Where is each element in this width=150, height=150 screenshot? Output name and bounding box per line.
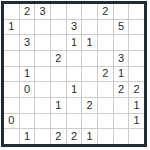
cell-r5c1-clue-0[interactable]: 0 [20, 82, 35, 97]
cell-r4c7-clue-1[interactable]: 1 [114, 67, 129, 82]
cell-r7c2[interactable] [35, 114, 50, 129]
cell-r2c1-clue-3[interactable]: 3 [20, 35, 35, 50]
cell-r5c0[interactable] [4, 82, 19, 97]
cell-r4c4[interactable] [67, 67, 82, 82]
cell-r7c8-clue-1[interactable]: 1 [129, 114, 144, 129]
cell-r4c3[interactable] [51, 67, 66, 82]
cell-r7c3[interactable] [51, 114, 66, 129]
cell-r7c1[interactable] [20, 114, 35, 129]
cell-r6c5-clue-2[interactable]: 2 [82, 98, 97, 113]
cell-r6c2[interactable] [35, 98, 50, 113]
cell-r4c5[interactable] [82, 67, 97, 82]
cell-r1c6[interactable] [98, 20, 113, 35]
cell-r8c3-clue-2[interactable]: 2 [51, 129, 66, 144]
cell-r3c2[interactable] [35, 51, 50, 66]
cell-r5c4-clue-1[interactable]: 1 [67, 82, 82, 97]
cell-r2c0[interactable] [4, 35, 19, 50]
cell-r3c7-clue-3[interactable]: 3 [114, 51, 129, 66]
cell-r6c7[interactable] [114, 98, 129, 113]
cell-r1c7-clue-5[interactable]: 5 [114, 20, 129, 35]
cell-r1c4-clue-3[interactable]: 3 [67, 20, 82, 35]
cell-r2c4-clue-1[interactable]: 1 [67, 35, 82, 50]
cell-r4c0[interactable] [4, 67, 19, 82]
puzzle-page: 232135311231210122121011221 [0, 0, 150, 150]
cell-r1c5[interactable] [82, 20, 97, 35]
cell-r1c0-clue-1[interactable]: 1 [4, 20, 19, 35]
cell-r2c7[interactable] [114, 35, 129, 50]
cell-r2c5-clue-1[interactable]: 1 [82, 35, 97, 50]
cell-r3c5[interactable] [82, 51, 97, 66]
cell-r6c8-clue-1[interactable]: 1 [129, 98, 144, 113]
cell-r0c5[interactable] [82, 4, 97, 19]
cell-r4c8[interactable] [129, 67, 144, 82]
cell-r3c4[interactable] [67, 51, 82, 66]
cell-r4c6-clue-2[interactable]: 2 [98, 67, 113, 82]
cell-r5c8-clue-2[interactable]: 2 [129, 82, 144, 97]
cell-r0c8[interactable] [129, 4, 144, 19]
cell-r8c6[interactable] [98, 129, 113, 144]
cell-r7c0-clue-0[interactable]: 0 [4, 114, 19, 129]
cell-r8c0[interactable] [4, 129, 19, 144]
cell-r1c3[interactable] [51, 20, 66, 35]
cell-r1c8[interactable] [129, 20, 144, 35]
cell-r3c0[interactable] [4, 51, 19, 66]
cell-r3c3-clue-2[interactable]: 2 [51, 51, 66, 66]
cell-r0c4[interactable] [67, 4, 82, 19]
cell-r8c1-clue-1[interactable]: 1 [20, 129, 35, 144]
cell-r8c8[interactable] [129, 129, 144, 144]
cell-r8c4-clue-2[interactable]: 2 [67, 129, 82, 144]
cell-r3c6[interactable] [98, 51, 113, 66]
cell-r0c6-clue-2[interactable]: 2 [98, 4, 113, 19]
cell-r6c3-clue-1[interactable]: 1 [51, 98, 66, 113]
cell-r4c2[interactable] [35, 67, 50, 82]
cell-r5c7-clue-2[interactable]: 2 [114, 82, 129, 97]
cell-r8c7[interactable] [114, 129, 129, 144]
cell-r3c8[interactable] [129, 51, 144, 66]
cell-r8c2[interactable] [35, 129, 50, 144]
cell-r0c1-clue-2[interactable]: 2 [20, 4, 35, 19]
cell-r0c7[interactable] [114, 4, 129, 19]
cell-r2c6[interactable] [98, 35, 113, 50]
cell-r4c1-clue-1[interactable]: 1 [20, 67, 35, 82]
cell-r7c6[interactable] [98, 114, 113, 129]
cell-r5c6[interactable] [98, 82, 113, 97]
cell-r0c0[interactable] [4, 4, 19, 19]
cell-r5c5[interactable] [82, 82, 97, 97]
cell-r5c3[interactable] [51, 82, 66, 97]
cell-r7c5[interactable] [82, 114, 97, 129]
cell-r6c6[interactable] [98, 98, 113, 113]
cell-r2c2[interactable] [35, 35, 50, 50]
cell-r3c1[interactable] [20, 51, 35, 66]
cell-r5c2[interactable] [35, 82, 50, 97]
cell-r2c3[interactable] [51, 35, 66, 50]
cell-r0c2-clue-3[interactable]: 3 [35, 4, 50, 19]
cell-r6c4[interactable] [67, 98, 82, 113]
puzzle-board: 232135311231210122121011221 [1, 1, 147, 147]
cell-r1c2[interactable] [35, 20, 50, 35]
cell-r0c3[interactable] [51, 4, 66, 19]
cell-r2c8[interactable] [129, 35, 144, 50]
cell-r6c1[interactable] [20, 98, 35, 113]
cell-r7c7[interactable] [114, 114, 129, 129]
cell-r6c0[interactable] [4, 98, 19, 113]
cell-r8c5-clue-1[interactable]: 1 [82, 129, 97, 144]
cell-r7c4[interactable] [67, 114, 82, 129]
cell-r1c1[interactable] [20, 20, 35, 35]
